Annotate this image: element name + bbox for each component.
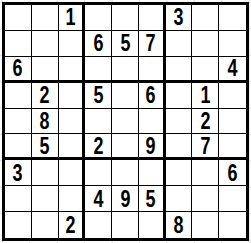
sudoku-board: 136576425618252973649528: [2, 2, 249, 241]
cell-r5c2[interactable]: 8: [32, 109, 59, 135]
cell-r4c1[interactable]: [5, 83, 32, 109]
given-digit: 1: [65, 5, 75, 29]
cell-r2c7[interactable]: [166, 31, 193, 57]
cell-r8c7[interactable]: [166, 186, 193, 212]
cell-r7c7[interactable]: [166, 160, 193, 186]
cell-r9c2[interactable]: [32, 212, 59, 238]
cell-r2c9[interactable]: [219, 31, 246, 57]
cell-r4c4[interactable]: 5: [85, 83, 112, 109]
given-digit: 2: [200, 109, 210, 133]
cell-r2c5[interactable]: 5: [112, 31, 139, 57]
cell-r5c8[interactable]: 2: [192, 109, 219, 135]
cell-r3c2[interactable]: [32, 57, 59, 83]
given-digit: 1: [200, 83, 210, 107]
cell-r7c5[interactable]: [112, 160, 139, 186]
cell-r6c7[interactable]: [166, 134, 193, 160]
given-digit: 2: [65, 213, 75, 237]
cell-r1c9[interactable]: [219, 5, 246, 31]
cell-r3c6[interactable]: [139, 57, 166, 83]
cell-r7c8[interactable]: [192, 160, 219, 186]
cell-r7c1[interactable]: 3: [5, 160, 32, 186]
cell-r4c5[interactable]: [112, 83, 139, 109]
cell-r6c5[interactable]: [112, 134, 139, 160]
cell-r6c4[interactable]: 2: [85, 134, 112, 160]
given-digit: 2: [93, 134, 103, 157]
cell-r3c9[interactable]: 4: [219, 57, 246, 83]
cell-r4c3[interactable]: [59, 83, 86, 109]
given-digit: 7: [200, 134, 210, 157]
cell-r9c1[interactable]: [5, 212, 32, 238]
cell-r4c7[interactable]: [166, 83, 193, 109]
cell-r2c4[interactable]: 6: [85, 31, 112, 57]
cell-r9c5[interactable]: [112, 212, 139, 238]
cell-r9c9[interactable]: [219, 212, 246, 238]
cell-r1c2[interactable]: [32, 5, 59, 31]
cell-r6c6[interactable]: 9: [139, 134, 166, 160]
cell-r5c4[interactable]: [85, 109, 112, 135]
cell-r7c9[interactable]: 6: [219, 160, 246, 186]
cell-r5c1[interactable]: [5, 109, 32, 135]
cell-r1c3[interactable]: 1: [59, 5, 86, 31]
cell-r4c2[interactable]: 2: [32, 83, 59, 109]
given-digit: 4: [228, 57, 238, 80]
cell-r8c4[interactable]: 4: [85, 186, 112, 212]
given-digit: 9: [146, 134, 156, 157]
cell-r6c3[interactable]: [59, 134, 86, 160]
cell-r4c6[interactable]: 6: [139, 83, 166, 109]
given-digit: 9: [120, 187, 130, 211]
cell-r9c6[interactable]: [139, 212, 166, 238]
cell-r2c2[interactable]: [32, 31, 59, 57]
cell-r5c9[interactable]: [219, 109, 246, 135]
cell-r1c8[interactable]: [192, 5, 219, 31]
cell-r2c1[interactable]: [5, 31, 32, 57]
cell-r6c9[interactable]: [219, 134, 246, 160]
cell-r4c9[interactable]: [219, 83, 246, 109]
cell-r3c5[interactable]: [112, 57, 139, 83]
given-digit: 3: [174, 5, 184, 29]
given-digit: 6: [93, 31, 103, 55]
cell-r3c4[interactable]: [85, 57, 112, 83]
cell-r9c7[interactable]: 8: [166, 212, 193, 238]
given-digit: 8: [174, 213, 184, 237]
given-digit: 6: [146, 83, 156, 107]
cell-r3c1[interactable]: 6: [5, 57, 32, 83]
cell-r2c3[interactable]: [59, 31, 86, 57]
given-digit: 6: [13, 57, 23, 80]
cell-r7c3[interactable]: [59, 160, 86, 186]
cell-r5c5[interactable]: [112, 109, 139, 135]
cell-r2c6[interactable]: 7: [139, 31, 166, 57]
cell-r7c2[interactable]: [32, 160, 59, 186]
cell-r3c7[interactable]: [166, 57, 193, 83]
cell-r3c8[interactable]: [192, 57, 219, 83]
given-digit: 2: [40, 83, 50, 107]
cell-r9c3[interactable]: 2: [59, 212, 86, 238]
given-digit: 8: [40, 109, 50, 133]
cell-r6c8[interactable]: 7: [192, 134, 219, 160]
cell-r8c8[interactable]: [192, 186, 219, 212]
cell-r2c8[interactable]: [192, 31, 219, 57]
cell-r7c4[interactable]: [85, 160, 112, 186]
cell-r1c5[interactable]: [112, 5, 139, 31]
cell-r3c3[interactable]: [59, 57, 86, 83]
cell-r7c6[interactable]: [139, 160, 166, 186]
cell-r5c7[interactable]: [166, 109, 193, 135]
cell-r9c4[interactable]: [85, 212, 112, 238]
cell-r4c8[interactable]: 1: [192, 83, 219, 109]
cell-r8c5[interactable]: 9: [112, 186, 139, 212]
sudoku-screenshot: 136576425618252973649528: [0, 0, 251, 243]
cell-r1c4[interactable]: [85, 5, 112, 31]
cell-r1c6[interactable]: [139, 5, 166, 31]
cell-r5c6[interactable]: [139, 109, 166, 135]
cell-r8c3[interactable]: [59, 186, 86, 212]
cell-r8c6[interactable]: 5: [139, 186, 166, 212]
given-digit: 5: [146, 187, 156, 211]
cell-r1c1[interactable]: [5, 5, 32, 31]
given-digit: 5: [40, 134, 50, 157]
cell-r5c3[interactable]: [59, 109, 86, 135]
cell-r9c8[interactable]: [192, 212, 219, 238]
cell-r6c2[interactable]: 5: [32, 134, 59, 160]
cell-r8c2[interactable]: [32, 186, 59, 212]
given-digit: 5: [93, 83, 103, 107]
cell-r8c9[interactable]: [219, 186, 246, 212]
cell-r6c1[interactable]: [5, 134, 32, 160]
given-digit: 3: [13, 161, 23, 185]
given-digit: 4: [93, 187, 103, 211]
cell-r8c1[interactable]: [5, 186, 32, 212]
given-digit: 5: [120, 31, 130, 55]
given-digit: 7: [146, 31, 156, 55]
cell-r1c7[interactable]: 3: [166, 5, 193, 31]
given-digit: 6: [228, 161, 238, 185]
